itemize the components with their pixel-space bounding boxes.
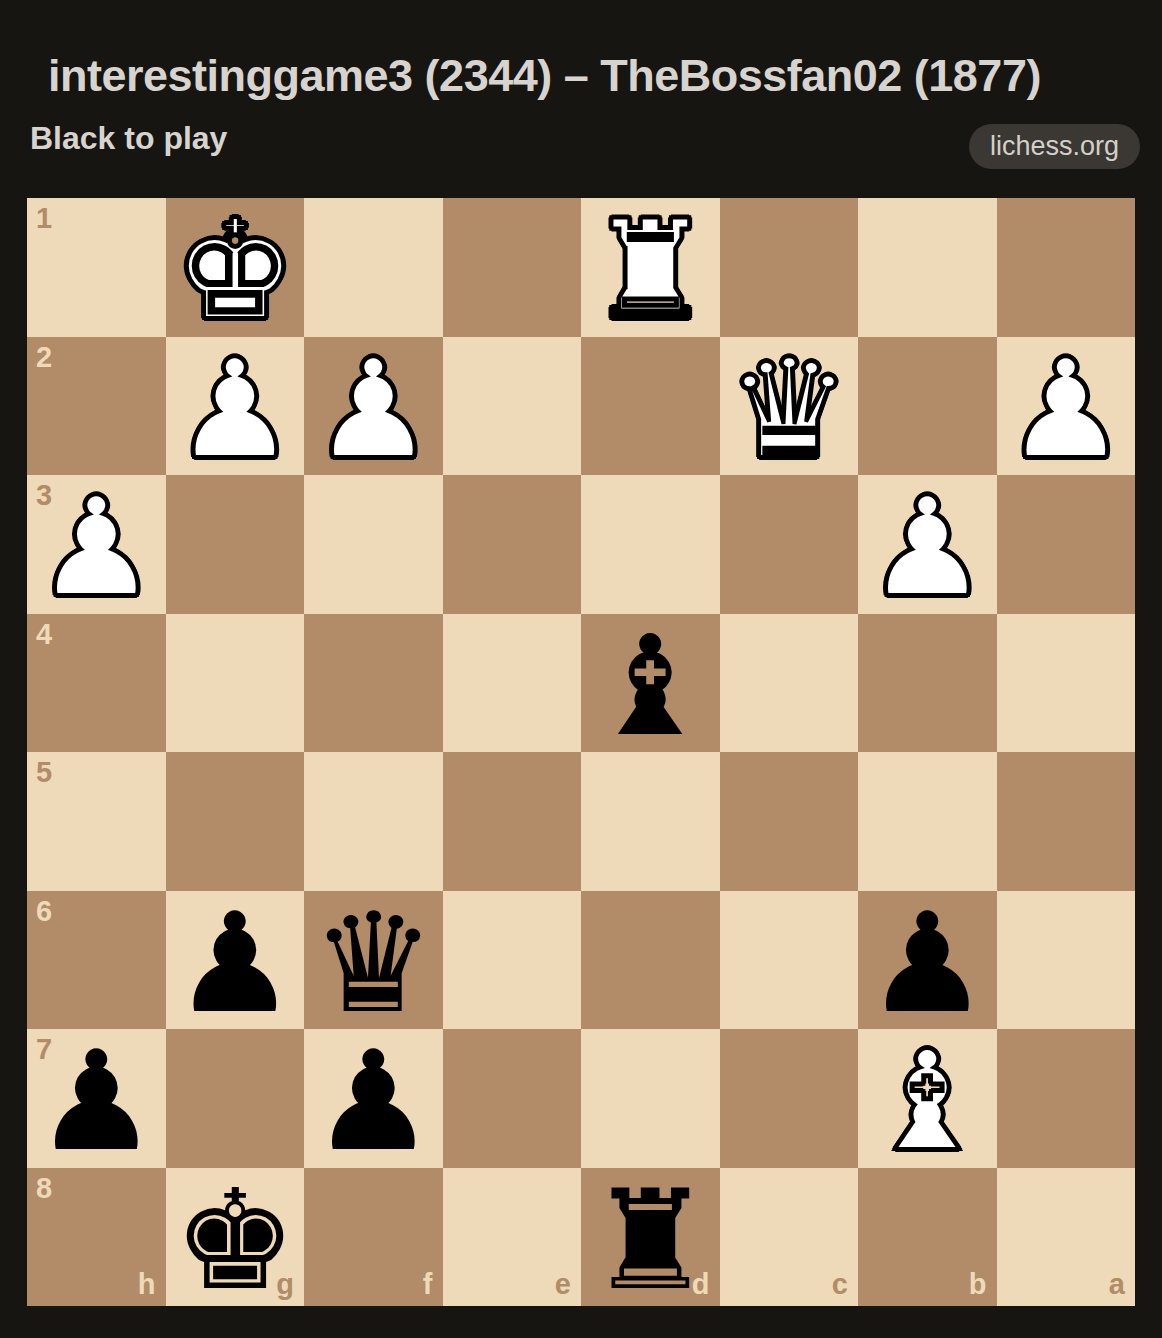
square-h2[interactable]: 2 bbox=[27, 337, 166, 476]
square-a2[interactable]: ♟ bbox=[997, 337, 1136, 476]
piece-white-pawn-a2[interactable]: ♟ bbox=[1004, 341, 1128, 479]
square-f7[interactable]: ♟ bbox=[304, 1029, 443, 1168]
square-a6[interactable] bbox=[997, 891, 1136, 1030]
piece-black-bishop-d4[interactable]: ♝ bbox=[588, 618, 712, 756]
square-d5[interactable] bbox=[581, 752, 720, 891]
piece-white-pawn-b3[interactable]: ♟ bbox=[865, 479, 989, 617]
piece-black-pawn-f7[interactable]: ♟ bbox=[311, 1033, 435, 1171]
piece-white-pawn-h3[interactable]: ♟ bbox=[34, 479, 158, 617]
page-title: interestinggame3 (2344) – TheBossfan02 (… bbox=[48, 50, 1041, 102]
square-c8[interactable]: c bbox=[720, 1168, 859, 1307]
square-e7[interactable] bbox=[443, 1029, 582, 1168]
square-b8[interactable]: b bbox=[858, 1168, 997, 1307]
file-label-f: f bbox=[423, 1270, 433, 1299]
square-e2[interactable] bbox=[443, 337, 582, 476]
square-b1[interactable] bbox=[858, 198, 997, 337]
piece-white-pawn-f2[interactable]: ♟ bbox=[311, 341, 435, 479]
piece-black-pawn-h7[interactable]: ♟ bbox=[34, 1033, 158, 1171]
square-h3[interactable]: 3♟ bbox=[27, 475, 166, 614]
square-c4[interactable] bbox=[720, 614, 859, 753]
piece-black-pawn-g6[interactable]: ♟ bbox=[173, 895, 297, 1033]
square-d7[interactable] bbox=[581, 1029, 720, 1168]
square-d2[interactable] bbox=[581, 337, 720, 476]
square-b7[interactable]: ♝ bbox=[858, 1029, 997, 1168]
square-b6[interactable]: ♟ bbox=[858, 891, 997, 1030]
square-a8[interactable]: a bbox=[997, 1168, 1136, 1307]
file-label-h: h bbox=[138, 1270, 156, 1299]
square-d3[interactable] bbox=[581, 475, 720, 614]
square-g5[interactable] bbox=[166, 752, 305, 891]
file-label-b: b bbox=[969, 1270, 987, 1299]
chess-board: 1♚♜2♟♟♛♟3♟♟4♝56♟♛♟7♟♟♝8hg♚fed♜cba bbox=[27, 198, 1135, 1306]
square-g7[interactable] bbox=[166, 1029, 305, 1168]
file-label-a: a bbox=[1109, 1270, 1125, 1299]
square-e5[interactable] bbox=[443, 752, 582, 891]
piece-black-pawn-b6[interactable]: ♟ bbox=[865, 895, 989, 1033]
piece-white-rook-d1[interactable]: ♜ bbox=[588, 202, 712, 340]
square-e8[interactable]: e bbox=[443, 1168, 582, 1307]
square-g2[interactable]: ♟ bbox=[166, 337, 305, 476]
square-f4[interactable] bbox=[304, 614, 443, 753]
square-c3[interactable] bbox=[720, 475, 859, 614]
rank-label-4: 4 bbox=[36, 620, 52, 649]
square-h7[interactable]: 7♟ bbox=[27, 1029, 166, 1168]
square-f3[interactable] bbox=[304, 475, 443, 614]
square-c1[interactable] bbox=[720, 198, 859, 337]
file-label-c: c bbox=[832, 1270, 848, 1299]
square-b5[interactable] bbox=[858, 752, 997, 891]
square-d6[interactable] bbox=[581, 891, 720, 1030]
square-e3[interactable] bbox=[443, 475, 582, 614]
square-f6[interactable]: ♛ bbox=[304, 891, 443, 1030]
square-b3[interactable]: ♟ bbox=[858, 475, 997, 614]
rank-label-5: 5 bbox=[36, 758, 52, 787]
square-e4[interactable] bbox=[443, 614, 582, 753]
rank-label-1: 1 bbox=[36, 204, 52, 233]
square-f5[interactable] bbox=[304, 752, 443, 891]
rank-label-8: 8 bbox=[36, 1174, 52, 1203]
square-g4[interactable] bbox=[166, 614, 305, 753]
square-g1[interactable]: ♚ bbox=[166, 198, 305, 337]
square-a7[interactable] bbox=[997, 1029, 1136, 1168]
square-d4[interactable]: ♝ bbox=[581, 614, 720, 753]
square-h4[interactable]: 4 bbox=[27, 614, 166, 753]
square-f2[interactable]: ♟ bbox=[304, 337, 443, 476]
square-h1[interactable]: 1 bbox=[27, 198, 166, 337]
piece-black-king-g8[interactable]: ♚ bbox=[173, 1172, 297, 1310]
square-f1[interactable] bbox=[304, 198, 443, 337]
square-g3[interactable] bbox=[166, 475, 305, 614]
square-h5[interactable]: 5 bbox=[27, 752, 166, 891]
piece-white-pawn-g2[interactable]: ♟ bbox=[173, 341, 297, 479]
square-f8[interactable]: f bbox=[304, 1168, 443, 1307]
rank-label-2: 2 bbox=[36, 343, 52, 372]
square-b2[interactable] bbox=[858, 337, 997, 476]
square-a1[interactable] bbox=[997, 198, 1136, 337]
square-d1[interactable]: ♜ bbox=[581, 198, 720, 337]
square-c6[interactable] bbox=[720, 891, 859, 1030]
piece-black-rook-d8[interactable]: ♜ bbox=[588, 1172, 712, 1310]
square-g8[interactable]: g♚ bbox=[166, 1168, 305, 1307]
square-c5[interactable] bbox=[720, 752, 859, 891]
piece-black-queen-f6[interactable]: ♛ bbox=[311, 895, 435, 1033]
lichess-badge[interactable]: lichess.org bbox=[969, 124, 1140, 169]
square-g6[interactable]: ♟ bbox=[166, 891, 305, 1030]
square-h6[interactable]: 6 bbox=[27, 891, 166, 1030]
square-a3[interactable] bbox=[997, 475, 1136, 614]
piece-white-queen-c2[interactable]: ♛ bbox=[727, 341, 851, 479]
square-d8[interactable]: d♜ bbox=[581, 1168, 720, 1307]
square-a4[interactable] bbox=[997, 614, 1136, 753]
rank-label-6: 6 bbox=[36, 897, 52, 926]
square-h8[interactable]: 8h bbox=[27, 1168, 166, 1307]
square-e6[interactable] bbox=[443, 891, 582, 1030]
piece-white-king-g1[interactable]: ♚ bbox=[173, 202, 297, 340]
piece-white-bishop-b7[interactable]: ♝ bbox=[865, 1033, 989, 1171]
square-a5[interactable] bbox=[997, 752, 1136, 891]
square-c7[interactable] bbox=[720, 1029, 859, 1168]
square-e1[interactable] bbox=[443, 198, 582, 337]
square-c2[interactable]: ♛ bbox=[720, 337, 859, 476]
square-b4[interactable] bbox=[858, 614, 997, 753]
turn-indicator: Black to play bbox=[30, 120, 227, 157]
file-label-e: e bbox=[555, 1270, 571, 1299]
